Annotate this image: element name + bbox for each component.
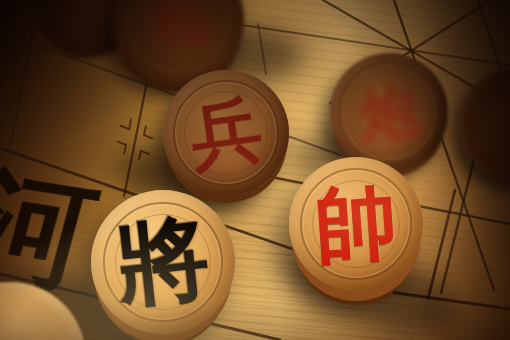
file-line: [258, 24, 266, 74]
piece-bottom-left-corner[interactable]: [0, 282, 86, 340]
piece-character: 將: [84, 183, 242, 340]
piece-red-soldier[interactable]: 兵: [163, 70, 289, 196]
piece-right-edge[interactable]: [460, 68, 510, 180]
piece-shading: [330, 53, 448, 171]
piece-character: 帥: [284, 152, 427, 295]
piece-ring: [123, 0, 234, 75]
palace-diagonal: [441, 147, 477, 293]
point-marker: [118, 119, 153, 159]
piece-ring: [339, 62, 438, 161]
piece-red-blurred-upper-right[interactable]: 炮: [330, 53, 448, 171]
piece-red-general[interactable]: 帥: [289, 157, 423, 291]
piece-ring: [184, 91, 267, 174]
xiangqi-photo-scene: 河 相 炮 兵 帥 將: [0, 0, 510, 340]
palace-diagonal: [428, 190, 455, 299]
piece-ring: [115, 214, 210, 309]
piece-ring: [173, 80, 279, 186]
piece-black-general[interactable]: 將: [91, 190, 235, 334]
river-top-line: [348, 286, 510, 309]
file-line: [10, 16, 36, 148]
piece-ring: [103, 202, 224, 323]
piece-ring: [300, 168, 413, 281]
piece-shading: [163, 70, 289, 196]
piece-ring: [312, 180, 400, 268]
river-inscription-calligraphy: 河: [0, 160, 107, 298]
